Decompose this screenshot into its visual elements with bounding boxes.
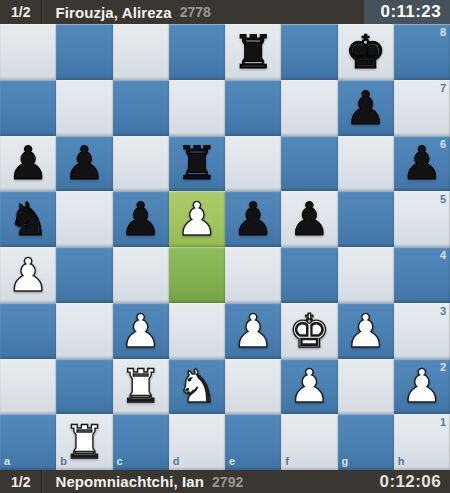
square-f2[interactable]: ♟ xyxy=(281,359,337,415)
square-b8[interactable] xyxy=(56,24,112,80)
black-pawn[interactable]: ♟ xyxy=(113,191,169,247)
square-f8[interactable] xyxy=(281,24,337,80)
rank-label-7: 7 xyxy=(440,83,446,94)
square-f1[interactable]: f xyxy=(281,414,337,470)
black-pawn[interactable]: ♟ xyxy=(225,191,281,247)
square-d1[interactable]: d xyxy=(169,414,225,470)
square-c6[interactable] xyxy=(113,136,169,192)
square-a4[interactable]: ♟ xyxy=(0,247,56,303)
square-e4[interactable] xyxy=(225,247,281,303)
square-d2[interactable]: ♞ xyxy=(169,359,225,415)
bottom-player-rating: 2792 xyxy=(212,474,243,490)
square-g3[interactable]: ♟ xyxy=(338,303,394,359)
square-b1[interactable]: ♜b xyxy=(56,414,112,470)
top-player-score: 1/2 xyxy=(0,4,41,20)
file-label-a: a xyxy=(4,456,10,467)
file-label-c: c xyxy=(117,456,123,467)
square-c7[interactable] xyxy=(113,80,169,136)
black-pawn[interactable]: ♟ xyxy=(0,136,56,192)
white-knight[interactable]: ♞ xyxy=(169,359,225,415)
square-c4[interactable] xyxy=(113,247,169,303)
square-b7[interactable] xyxy=(56,80,112,136)
square-h6[interactable]: ♟6 xyxy=(394,136,450,192)
square-f5[interactable]: ♟ xyxy=(281,191,337,247)
rank-label-4: 4 xyxy=(440,250,446,261)
bottom-player-score: 1/2 xyxy=(0,474,41,490)
square-e6[interactable] xyxy=(225,136,281,192)
black-pawn[interactable]: ♟ xyxy=(56,136,112,192)
white-king[interactable]: ♚ xyxy=(281,303,337,359)
square-e5[interactable]: ♟ xyxy=(225,191,281,247)
square-a2[interactable] xyxy=(0,359,56,415)
square-c2[interactable]: ♜ xyxy=(113,359,169,415)
square-a6[interactable]: ♟ xyxy=(0,136,56,192)
square-a5[interactable]: ♞ xyxy=(0,191,56,247)
square-f4[interactable] xyxy=(281,247,337,303)
square-c8[interactable] xyxy=(113,24,169,80)
bottom-player-bar: 1/2 Nepomniachtchi, Ian 2792 0:12:06 xyxy=(0,470,450,493)
square-b4[interactable] xyxy=(56,247,112,303)
square-d8[interactable] xyxy=(169,24,225,80)
square-g8[interactable]: ♚ xyxy=(338,24,394,80)
file-label-h: h xyxy=(398,456,405,467)
square-g7[interactable]: ♟ xyxy=(338,80,394,136)
square-e2[interactable] xyxy=(225,359,281,415)
top-player-name: Firouzja, Alireza xyxy=(42,4,171,21)
square-d7[interactable] xyxy=(169,80,225,136)
white-rook[interactable]: ♜ xyxy=(56,414,112,470)
square-g2[interactable] xyxy=(338,359,394,415)
square-b5[interactable] xyxy=(56,191,112,247)
square-e8[interactable]: ♜ xyxy=(225,24,281,80)
square-h5[interactable]: 5 xyxy=(394,191,450,247)
square-h7[interactable]: 7 xyxy=(394,80,450,136)
white-pawn[interactable]: ♟ xyxy=(169,191,225,247)
square-f3[interactable]: ♚ xyxy=(281,303,337,359)
square-a7[interactable] xyxy=(0,80,56,136)
black-pawn[interactable]: ♟ xyxy=(281,191,337,247)
square-h8[interactable]: 8 xyxy=(394,24,450,80)
white-pawn[interactable]: ♟ xyxy=(0,247,56,303)
top-player-rating: 2778 xyxy=(180,4,211,20)
file-label-e: e xyxy=(229,456,235,467)
square-c3[interactable]: ♟ xyxy=(113,303,169,359)
square-c5[interactable]: ♟ xyxy=(113,191,169,247)
square-h1[interactable]: h1 xyxy=(394,414,450,470)
square-g6[interactable] xyxy=(338,136,394,192)
broadcast-game-view: 1/2 Firouzja, Alireza 2778 0:11:23 ♜♚8♟7… xyxy=(0,0,450,493)
square-e1[interactable]: e xyxy=(225,414,281,470)
black-rook[interactable]: ♜ xyxy=(225,24,281,80)
rank-label-5: 5 xyxy=(440,194,446,205)
white-pawn[interactable]: ♟ xyxy=(281,359,337,415)
white-pawn[interactable]: ♟ xyxy=(113,303,169,359)
square-g1[interactable]: g xyxy=(338,414,394,470)
square-a8[interactable] xyxy=(0,24,56,80)
square-b6[interactable]: ♟ xyxy=(56,136,112,192)
square-g5[interactable] xyxy=(338,191,394,247)
bottom-player-clock: 0:12:06 xyxy=(371,470,450,493)
square-h3[interactable]: 3 xyxy=(394,303,450,359)
top-player-bar: 1/2 Firouzja, Alireza 2778 0:11:23 xyxy=(0,0,450,24)
square-h4[interactable]: 4 xyxy=(394,247,450,303)
square-b3[interactable] xyxy=(56,303,112,359)
black-rook[interactable]: ♜ xyxy=(169,136,225,192)
rank-label-1: 1 xyxy=(440,417,446,428)
file-label-g: g xyxy=(342,456,349,467)
rank-label-8: 8 xyxy=(440,27,446,38)
square-d5[interactable]: ♟ xyxy=(169,191,225,247)
file-label-d: d xyxy=(173,456,180,467)
top-player-clock: 0:11:23 xyxy=(364,0,450,24)
file-label-f: f xyxy=(285,456,289,467)
square-h2[interactable]: ♟2 xyxy=(394,359,450,415)
black-pawn[interactable]: ♟ xyxy=(338,80,394,136)
white-pawn[interactable]: ♟ xyxy=(225,303,281,359)
chess-board: ♜♚8♟7♟♟♜♟6♞♟♟♟♟5♟4♟♟♚♟3♜♞♟♟2a♜bcdefgh1 xyxy=(0,24,450,470)
square-a3[interactable] xyxy=(0,303,56,359)
white-pawn[interactable]: ♟ xyxy=(394,359,450,415)
square-g4[interactable] xyxy=(338,247,394,303)
bottom-player-name: Nepomniachtchi, Ian xyxy=(42,473,204,490)
black-pawn[interactable]: ♟ xyxy=(394,136,450,192)
square-d6[interactable]: ♜ xyxy=(169,136,225,192)
white-pawn[interactable]: ♟ xyxy=(338,303,394,359)
square-b2[interactable] xyxy=(56,359,112,415)
square-f7[interactable] xyxy=(281,80,337,136)
square-d3[interactable] xyxy=(169,303,225,359)
square-c1[interactable]: c xyxy=(113,414,169,470)
square-a1[interactable]: a xyxy=(0,414,56,470)
square-f6[interactable] xyxy=(281,136,337,192)
black-knight[interactable]: ♞ xyxy=(0,191,56,247)
rank-label-3: 3 xyxy=(440,306,446,317)
square-e3[interactable]: ♟ xyxy=(225,303,281,359)
black-king[interactable]: ♚ xyxy=(338,24,394,80)
square-d4[interactable] xyxy=(169,247,225,303)
square-e7[interactable] xyxy=(225,80,281,136)
white-rook[interactable]: ♜ xyxy=(113,359,169,415)
